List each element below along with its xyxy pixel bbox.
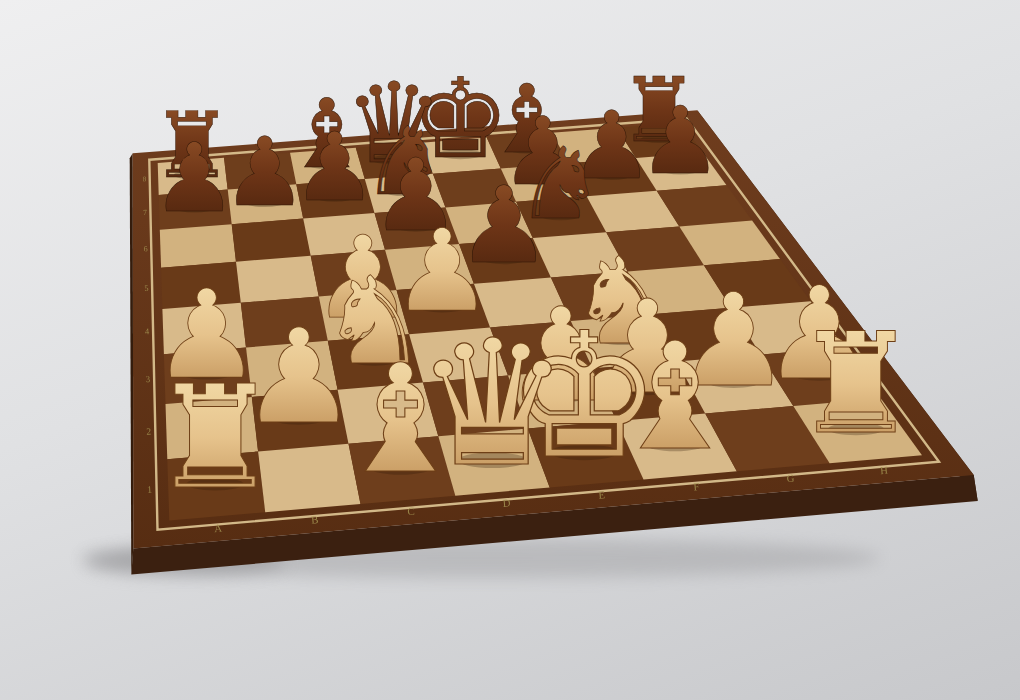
piece-white-rook-h1: ♜ — [794, 303, 919, 465]
file-label-B: B — [311, 513, 319, 526]
rank-label-5: 5 — [144, 284, 149, 293]
file-label-C: C — [407, 505, 415, 518]
page: { "game": "chess", "scene_description": … — [0, 0, 1020, 700]
piece-white-rook-a1: ♜ — [151, 354, 279, 521]
photo-scene: ABCDEFGH12345678♜♝♚♛♝♟♜♟♟♞♟♟♟♞♟♟♟♟♞♞♟♟♟♟… — [0, 0, 1020, 700]
file-label-G: G — [786, 473, 795, 485]
rank-label-7: 7 — [143, 208, 147, 217]
file-label-H: H — [880, 464, 889, 476]
chessboard: ABCDEFGH12345678♜♝♚♛♝♟♜♟♟♞♟♟♟♞♟♟♟♟♞♞♟♟♟♟… — [0, 0, 1020, 700]
board-side-left — [130, 153, 134, 574]
file-label-A: A — [214, 522, 223, 535]
rank-label-6: 6 — [143, 244, 147, 253]
piece-black-pawn-a7: ♟ — [152, 123, 237, 233]
piece-white-bishop-c1: ♝ — [333, 332, 467, 506]
